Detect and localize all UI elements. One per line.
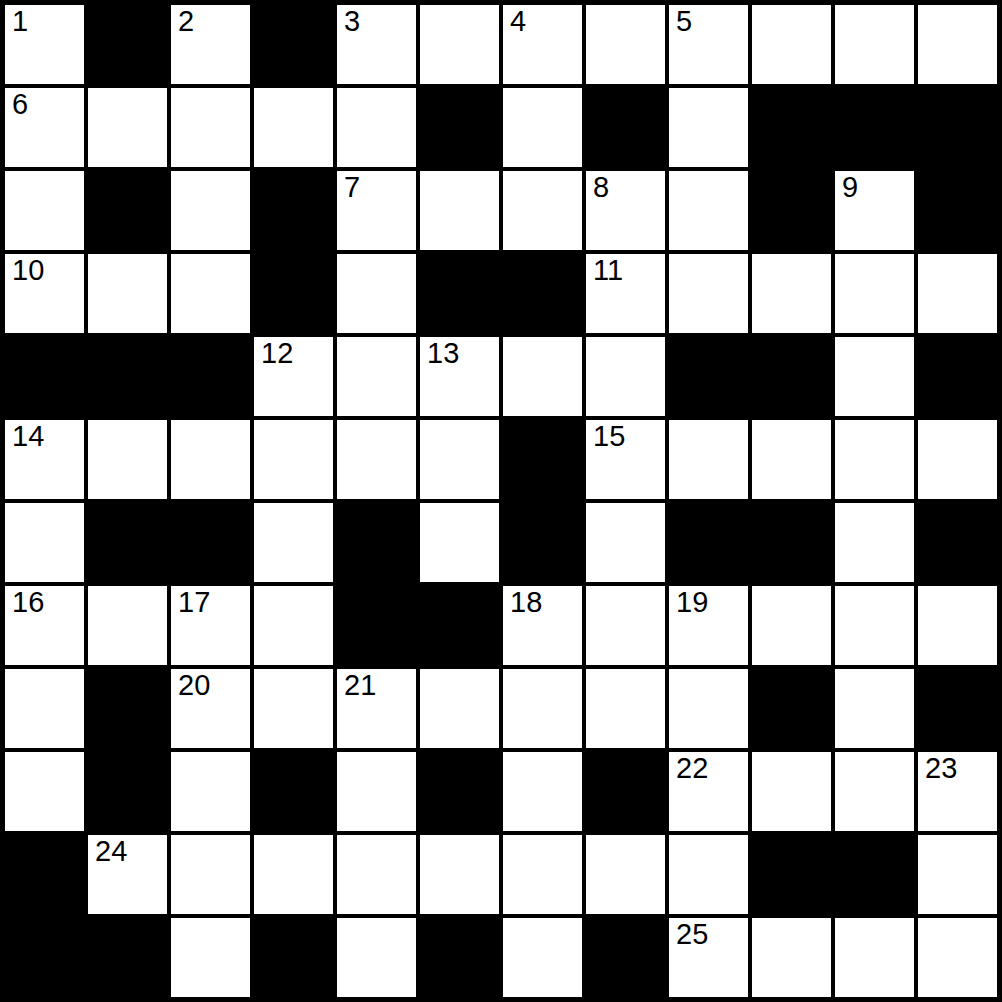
white-cell-r9c9[interactable] xyxy=(750,750,833,833)
black-cell-r4c0 xyxy=(3,335,86,418)
white-cell-r8c7[interactable] xyxy=(584,667,667,750)
black-cell-r1c11 xyxy=(916,86,999,169)
black-cell-r3c5 xyxy=(418,252,501,335)
black-cell-r10c9 xyxy=(750,833,833,916)
white-cell-r5c1[interactable] xyxy=(86,418,169,501)
white-cell-r11c2[interactable] xyxy=(169,916,252,999)
clue-number: 21 xyxy=(344,670,376,702)
white-cell-r2c7[interactable]: 8 xyxy=(584,169,667,252)
white-cell-r10c5[interactable] xyxy=(418,833,501,916)
clue-number: 14 xyxy=(12,421,44,453)
black-cell-r6c11 xyxy=(916,501,999,584)
white-cell-r5c11[interactable] xyxy=(916,418,999,501)
white-cell-r1c6[interactable] xyxy=(501,86,584,169)
white-cell-r1c2[interactable] xyxy=(169,86,252,169)
black-cell-r11c1 xyxy=(86,916,169,999)
white-cell-r3c9[interactable] xyxy=(750,252,833,335)
white-cell-r10c7[interactable] xyxy=(584,833,667,916)
clue-number: 3 xyxy=(344,6,360,38)
white-cell-r6c5[interactable] xyxy=(418,501,501,584)
white-cell-r5c5[interactable] xyxy=(418,418,501,501)
white-cell-r9c11[interactable]: 23 xyxy=(916,750,999,833)
white-cell-r9c0[interactable] xyxy=(3,750,86,833)
white-cell-r11c10[interactable] xyxy=(833,916,916,999)
black-cell-r1c10 xyxy=(833,86,916,169)
black-cell-r4c2 xyxy=(169,335,252,418)
white-cell-r9c2[interactable] xyxy=(169,750,252,833)
white-cell-r11c8[interactable]: 25 xyxy=(667,916,750,999)
clue-number: 6 xyxy=(12,89,28,121)
white-cell-r3c2[interactable] xyxy=(169,252,252,335)
white-cell-r2c0[interactable] xyxy=(3,169,86,252)
clue-number: 2 xyxy=(178,6,194,38)
black-cell-r9c1 xyxy=(86,750,169,833)
black-cell-r3c3 xyxy=(252,252,335,335)
black-cell-r0c1 xyxy=(86,3,169,86)
white-cell-r7c0[interactable]: 16 xyxy=(3,584,86,667)
clue-number: 17 xyxy=(178,587,210,619)
white-cell-r2c6[interactable] xyxy=(501,169,584,252)
white-cell-r9c10[interactable] xyxy=(833,750,916,833)
white-cell-r7c1[interactable] xyxy=(86,584,169,667)
white-cell-r10c8[interactable] xyxy=(667,833,750,916)
black-cell-r11c7 xyxy=(584,916,667,999)
black-cell-r1c5 xyxy=(418,86,501,169)
white-cell-r3c8[interactable] xyxy=(667,252,750,335)
clue-number: 1 xyxy=(12,6,28,38)
white-cell-r4c5[interactable]: 13 xyxy=(418,335,501,418)
white-cell-r0c0[interactable]: 1 xyxy=(3,3,86,86)
white-cell-r7c7[interactable] xyxy=(584,584,667,667)
white-cell-r7c10[interactable] xyxy=(833,584,916,667)
white-cell-r10c4[interactable] xyxy=(335,833,418,916)
black-cell-r2c1 xyxy=(86,169,169,252)
white-cell-r3c0[interactable]: 10 xyxy=(3,252,86,335)
black-cell-r11c0 xyxy=(3,916,86,999)
white-cell-r9c6[interactable] xyxy=(501,750,584,833)
white-cell-r10c11[interactable] xyxy=(916,833,999,916)
white-cell-r9c8[interactable]: 22 xyxy=(667,750,750,833)
white-cell-r7c3[interactable] xyxy=(252,584,335,667)
white-cell-r0c2[interactable]: 2 xyxy=(169,3,252,86)
black-cell-r4c9 xyxy=(750,335,833,418)
white-cell-r6c10[interactable] xyxy=(833,501,916,584)
white-cell-r2c5[interactable] xyxy=(418,169,501,252)
crossword-board: 1234567891011121314151617181920212223242… xyxy=(0,0,1002,1002)
white-cell-r5c0[interactable]: 14 xyxy=(3,418,86,501)
clue-number: 23 xyxy=(925,753,957,785)
white-cell-r8c2[interactable]: 20 xyxy=(169,667,252,750)
white-cell-r4c6[interactable] xyxy=(501,335,584,418)
white-cell-r2c2[interactable] xyxy=(169,169,252,252)
white-cell-r3c10[interactable] xyxy=(833,252,916,335)
white-cell-r1c4[interactable] xyxy=(335,86,418,169)
white-cell-r11c4[interactable] xyxy=(335,916,418,999)
clue-number: 13 xyxy=(427,338,459,370)
black-cell-r11c3 xyxy=(252,916,335,999)
white-cell-r8c5[interactable] xyxy=(418,667,501,750)
white-cell-r6c7[interactable] xyxy=(584,501,667,584)
white-cell-r4c7[interactable] xyxy=(584,335,667,418)
white-cell-r7c6[interactable]: 18 xyxy=(501,584,584,667)
clue-number: 22 xyxy=(676,753,708,785)
black-cell-r8c11 xyxy=(916,667,999,750)
white-cell-r0c6[interactable]: 4 xyxy=(501,3,584,86)
black-cell-r5c6 xyxy=(501,418,584,501)
white-cell-r4c3[interactable]: 12 xyxy=(252,335,335,418)
white-cell-r3c11[interactable] xyxy=(916,252,999,335)
white-cell-r8c3[interactable] xyxy=(252,667,335,750)
white-cell-r7c8[interactable]: 19 xyxy=(667,584,750,667)
white-cell-r7c11[interactable] xyxy=(916,584,999,667)
black-cell-r9c7 xyxy=(584,750,667,833)
black-cell-r6c4 xyxy=(335,501,418,584)
white-cell-r3c1[interactable] xyxy=(86,252,169,335)
black-cell-r3c6 xyxy=(501,252,584,335)
white-cell-r2c8[interactable] xyxy=(667,169,750,252)
white-cell-r5c8[interactable] xyxy=(667,418,750,501)
black-cell-r4c8 xyxy=(667,335,750,418)
clue-number: 11 xyxy=(593,255,623,287)
black-cell-r8c9 xyxy=(750,667,833,750)
white-cell-r5c3[interactable] xyxy=(252,418,335,501)
black-cell-r2c11 xyxy=(916,169,999,252)
clue-number: 25 xyxy=(676,919,708,951)
white-cell-r9c4[interactable] xyxy=(335,750,418,833)
white-cell-r8c4[interactable]: 21 xyxy=(335,667,418,750)
white-cell-r0c9[interactable] xyxy=(750,3,833,86)
black-cell-r6c8 xyxy=(667,501,750,584)
black-cell-r9c3 xyxy=(252,750,335,833)
clue-number: 8 xyxy=(593,172,609,204)
black-cell-r7c4 xyxy=(335,584,418,667)
clue-number: 9 xyxy=(842,172,858,204)
white-cell-r7c9[interactable] xyxy=(750,584,833,667)
white-cell-r0c11[interactable] xyxy=(916,3,999,86)
white-cell-r8c6[interactable] xyxy=(501,667,584,750)
white-cell-r3c7[interactable]: 11 xyxy=(584,252,667,335)
black-cell-r2c9 xyxy=(750,169,833,252)
white-cell-r6c3[interactable] xyxy=(252,501,335,584)
black-cell-r11c5 xyxy=(418,916,501,999)
white-cell-r3c4[interactable] xyxy=(335,252,418,335)
white-cell-r10c1[interactable]: 24 xyxy=(86,833,169,916)
white-cell-r11c9[interactable] xyxy=(750,916,833,999)
clue-number: 20 xyxy=(178,670,210,702)
white-cell-r2c4[interactable]: 7 xyxy=(335,169,418,252)
black-cell-r9c5 xyxy=(418,750,501,833)
black-cell-r1c9 xyxy=(750,86,833,169)
white-cell-r7c2[interactable]: 17 xyxy=(169,584,252,667)
black-cell-r7c5 xyxy=(418,584,501,667)
white-cell-r5c10[interactable] xyxy=(833,418,916,501)
white-cell-r8c8[interactable] xyxy=(667,667,750,750)
white-cell-r4c10[interactable] xyxy=(833,335,916,418)
clue-number: 4 xyxy=(510,6,526,38)
white-cell-r8c10[interactable] xyxy=(833,667,916,750)
black-cell-r8c1 xyxy=(86,667,169,750)
clue-number: 16 xyxy=(12,587,44,619)
white-cell-r4c4[interactable] xyxy=(335,335,418,418)
white-cell-r5c9[interactable] xyxy=(750,418,833,501)
black-cell-r1c7 xyxy=(584,86,667,169)
white-cell-r10c6[interactable] xyxy=(501,833,584,916)
white-cell-r2c10[interactable]: 9 xyxy=(833,169,916,252)
white-cell-r1c3[interactable] xyxy=(252,86,335,169)
black-cell-r2c3 xyxy=(252,169,335,252)
white-cell-r11c6[interactable] xyxy=(501,916,584,999)
black-cell-r6c1 xyxy=(86,501,169,584)
white-cell-r0c7[interactable] xyxy=(584,3,667,86)
black-cell-r10c10 xyxy=(833,833,916,916)
black-cell-r4c11 xyxy=(916,335,999,418)
white-cell-r5c2[interactable] xyxy=(169,418,252,501)
white-cell-r5c4[interactable] xyxy=(335,418,418,501)
clue-number: 12 xyxy=(261,338,293,370)
clue-number: 5 xyxy=(676,6,692,38)
black-cell-r4c1 xyxy=(86,335,169,418)
white-cell-r10c2[interactable] xyxy=(169,833,252,916)
clue-number: 15 xyxy=(593,421,625,453)
white-cell-r0c5[interactable] xyxy=(418,3,501,86)
clue-number: 19 xyxy=(676,587,708,619)
black-cell-r10c0 xyxy=(3,833,86,916)
black-cell-r0c3 xyxy=(252,3,335,86)
black-cell-r6c9 xyxy=(750,501,833,584)
black-cell-r6c2 xyxy=(169,501,252,584)
white-cell-r8c0[interactable] xyxy=(3,667,86,750)
white-cell-r1c0[interactable]: 6 xyxy=(3,86,86,169)
white-cell-r6c0[interactable] xyxy=(3,501,86,584)
clue-number: 10 xyxy=(12,255,44,287)
white-cell-r10c3[interactable] xyxy=(252,833,335,916)
clue-number: 24 xyxy=(95,836,127,868)
white-cell-r0c4[interactable]: 3 xyxy=(335,3,418,86)
white-cell-r0c8[interactable]: 5 xyxy=(667,3,750,86)
white-cell-r1c1[interactable] xyxy=(86,86,169,169)
clue-number: 7 xyxy=(344,172,360,204)
white-cell-r0c10[interactable] xyxy=(833,3,916,86)
clue-number: 18 xyxy=(510,587,542,619)
white-cell-r1c8[interactable] xyxy=(667,86,750,169)
white-cell-r11c11[interactable] xyxy=(916,916,999,999)
black-cell-r6c6 xyxy=(501,501,584,584)
white-cell-r5c7[interactable]: 15 xyxy=(584,418,667,501)
